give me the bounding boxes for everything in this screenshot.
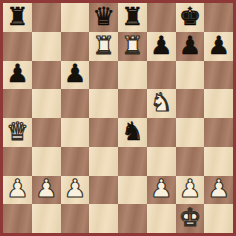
piece-black-king: ♚	[179, 4, 201, 29]
square-f4[interactable]	[147, 118, 176, 147]
square-c3[interactable]	[61, 147, 90, 176]
board-frame: ♜♛♜♚♜♜♟♟♟♟♟♞♛♞♟♟♟♟♟♟♚	[0, 0, 236, 236]
square-e2[interactable]	[118, 176, 147, 205]
square-e1[interactable]	[118, 204, 147, 233]
piece-black-rook: ♜	[6, 4, 28, 29]
square-h1[interactable]	[204, 204, 233, 233]
square-f6[interactable]	[147, 61, 176, 90]
square-b6[interactable]	[32, 61, 61, 90]
square-e4[interactable]: ♞	[118, 118, 147, 147]
square-g4[interactable]	[176, 118, 205, 147]
square-h3[interactable]	[204, 147, 233, 176]
piece-black-queen: ♛	[92, 4, 114, 29]
square-a5[interactable]	[3, 89, 32, 118]
square-a3[interactable]	[3, 147, 32, 176]
square-f5[interactable]: ♞	[147, 89, 176, 118]
piece-white-pawn: ♟	[6, 176, 28, 201]
square-g6[interactable]	[176, 61, 205, 90]
square-e8[interactable]: ♜	[118, 3, 147, 32]
square-c4[interactable]	[61, 118, 90, 147]
square-b2[interactable]: ♟	[32, 176, 61, 205]
piece-black-rook: ♜	[121, 4, 143, 29]
square-b1[interactable]	[32, 204, 61, 233]
square-e3[interactable]	[118, 147, 147, 176]
square-d3[interactable]	[89, 147, 118, 176]
square-d1[interactable]	[89, 204, 118, 233]
square-g7[interactable]: ♟	[176, 32, 205, 61]
piece-black-pawn: ♟	[6, 61, 28, 86]
square-h8[interactable]	[204, 3, 233, 32]
square-f2[interactable]: ♟	[147, 176, 176, 205]
square-g1[interactable]: ♚	[176, 204, 205, 233]
square-c5[interactable]	[61, 89, 90, 118]
square-g2[interactable]: ♟	[176, 176, 205, 205]
square-d5[interactable]	[89, 89, 118, 118]
square-h4[interactable]	[204, 118, 233, 147]
square-a4[interactable]: ♛	[3, 118, 32, 147]
square-f7[interactable]: ♟	[147, 32, 176, 61]
piece-white-pawn: ♟	[179, 176, 201, 201]
piece-white-pawn: ♟	[64, 176, 86, 201]
piece-white-rook: ♜	[92, 33, 114, 58]
square-h2[interactable]: ♟	[204, 176, 233, 205]
square-h7[interactable]: ♟	[204, 32, 233, 61]
piece-black-pawn: ♟	[207, 33, 229, 58]
square-c2[interactable]: ♟	[61, 176, 90, 205]
square-a7[interactable]	[3, 32, 32, 61]
square-d6[interactable]	[89, 61, 118, 90]
piece-white-pawn: ♟	[150, 176, 172, 201]
square-b7[interactable]	[32, 32, 61, 61]
square-h5[interactable]	[204, 89, 233, 118]
piece-black-pawn: ♟	[179, 33, 201, 58]
square-a8[interactable]: ♜	[3, 3, 32, 32]
square-f3[interactable]	[147, 147, 176, 176]
square-a2[interactable]: ♟	[3, 176, 32, 205]
square-b5[interactable]	[32, 89, 61, 118]
square-g3[interactable]	[176, 147, 205, 176]
piece-black-pawn: ♟	[150, 33, 172, 58]
square-h6[interactable]	[204, 61, 233, 90]
piece-white-knight: ♞	[150, 90, 172, 115]
piece-white-pawn: ♟	[35, 176, 57, 201]
square-a1[interactable]	[3, 204, 32, 233]
square-a6[interactable]: ♟	[3, 61, 32, 90]
square-e7[interactable]: ♜	[118, 32, 147, 61]
piece-black-pawn: ♟	[64, 61, 86, 86]
piece-white-rook: ♜	[121, 33, 143, 58]
square-f8[interactable]	[147, 3, 176, 32]
square-d4[interactable]	[89, 118, 118, 147]
square-b8[interactable]	[32, 3, 61, 32]
square-d8[interactable]: ♛	[89, 3, 118, 32]
chess-board: ♜♛♜♚♜♜♟♟♟♟♟♞♛♞♟♟♟♟♟♟♚	[3, 3, 233, 233]
piece-white-pawn: ♟	[207, 176, 229, 201]
square-c8[interactable]	[61, 3, 90, 32]
square-c7[interactable]	[61, 32, 90, 61]
square-d2[interactable]	[89, 176, 118, 205]
square-g8[interactable]: ♚	[176, 3, 205, 32]
square-b3[interactable]	[32, 147, 61, 176]
square-f1[interactable]	[147, 204, 176, 233]
square-g5[interactable]	[176, 89, 205, 118]
square-d7[interactable]: ♜	[89, 32, 118, 61]
piece-white-queen: ♛	[6, 119, 28, 144]
piece-black-knight: ♞	[121, 119, 143, 144]
piece-white-king: ♚	[179, 205, 201, 230]
square-e5[interactable]	[118, 89, 147, 118]
square-b4[interactable]	[32, 118, 61, 147]
square-c1[interactable]	[61, 204, 90, 233]
square-e6[interactable]	[118, 61, 147, 90]
square-c6[interactable]: ♟	[61, 61, 90, 90]
